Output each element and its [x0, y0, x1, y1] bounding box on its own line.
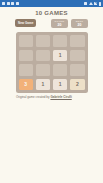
board-cell-r2c1 [36, 64, 50, 76]
score-boxes: SCORE 20 BEST 20 [51, 19, 88, 28]
status-bar-right [84, 2, 101, 6]
signal-icon [89, 2, 93, 5]
best-value: 20 [78, 23, 82, 27]
attribution-text: Original game created by [16, 95, 50, 99]
board-cell-r0c2 [53, 35, 67, 47]
board-cell-r1c2: 1 [53, 50, 67, 62]
board-cell-r1c0 [19, 50, 33, 62]
status-bar [0, 0, 103, 7]
notification-icon [11, 2, 14, 5]
board-cell-r0c0 [19, 35, 33, 47]
attribution: Original game created by Gabriele Cirull… [16, 96, 88, 100]
score-box: SCORE 20 [51, 19, 68, 28]
board-cell-r2c0 [19, 64, 33, 76]
board-cell-r0c1 [36, 35, 50, 47]
board-cell-r3c1: 1 [36, 79, 50, 91]
board-cell-r3c0: 3 [19, 79, 33, 91]
board-cell-r3c3: 2 [70, 79, 84, 91]
new-game-button[interactable]: New Game [15, 19, 36, 27]
wifi-icon [94, 2, 97, 5]
notification-icon [16, 2, 19, 5]
board-cell-r0c3 [70, 35, 84, 47]
board[interactable]: 1 3 1 1 2 [16, 32, 88, 93]
status-bar-left [2, 2, 19, 5]
board-cell-r1c3 [70, 50, 84, 62]
controls-row: New Game SCORE 20 BEST 20 [15, 19, 88, 28]
alarm-icon [84, 2, 87, 5]
notification-icon [7, 2, 10, 5]
page-title: 10 GAMES [0, 10, 103, 16]
battery-icon [99, 2, 102, 6]
board-cell-r2c3 [70, 64, 84, 76]
board-cell-r1c1 [36, 50, 50, 62]
attribution-link[interactable]: Gabriele Cirulli [50, 95, 71, 99]
score-value: 20 [58, 23, 62, 27]
notification-icon [2, 2, 5, 5]
board-cell-r3c2: 1 [53, 79, 67, 91]
best-box: BEST 20 [71, 19, 88, 28]
board-cell-r2c2 [53, 64, 67, 76]
